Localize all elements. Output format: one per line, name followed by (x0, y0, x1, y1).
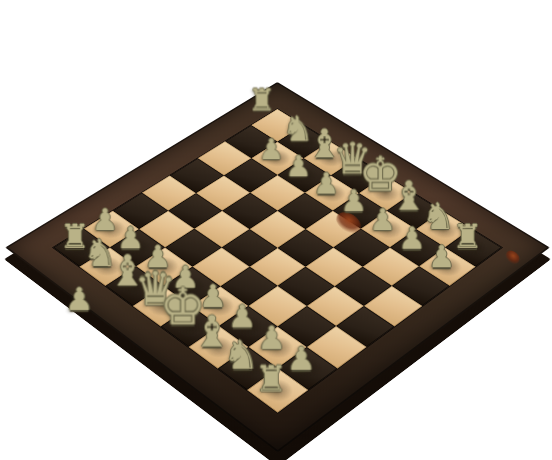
wood-stain (504, 250, 522, 265)
piece-white-pawn-h2[interactable]: ♟ (287, 344, 316, 373)
piece-black-knight-g8[interactable]: ♞ (422, 200, 455, 233)
piece-black-pawn-b7[interactable]: ♟ (259, 136, 285, 162)
captured-piece-rook[interactable]: ♜ (248, 86, 275, 113)
board-tilt-plane: ♞♝♛♚♝♞♜♟♟♟♟♟♟♟♟♟♟♟♟♟♟♟♜♞♝♛♚♝♞♜ ♜ ♟ (5, 82, 549, 452)
captured-piece-pawn[interactable]: ♟ (65, 285, 93, 313)
piece-white-pawn-a2[interactable]: ♟ (91, 206, 118, 233)
board-frame: ♞♝♛♚♝♞♜♟♟♟♟♟♟♟♟♟♟♟♟♟♟♟♜♞♝♛♚♝♞♜ ♜ ♟ (5, 82, 549, 452)
chessboard-3d-scene: ♞♝♛♚♝♞♜♟♟♟♟♟♟♟♟♟♟♟♟♟♟♟♜♞♝♛♚♝♞♜ ♜ ♟ (0, 0, 552, 460)
piece-white-pawn-f2[interactable]: ♟ (228, 303, 256, 331)
piece-white-knight-g1[interactable]: ♞ (223, 338, 259, 374)
chess-board: ♞♝♛♚♝♞♜♟♟♟♟♟♟♟♟♟♟♟♟♟♟♟♜♞♝♛♚♝♞♜ (53, 109, 501, 413)
piece-black-pawn-c7[interactable]: ♟ (286, 153, 312, 179)
piece-black-pawn-g7[interactable]: ♟ (398, 225, 425, 252)
piece-black-pawn-d7[interactable]: ♟ (313, 170, 339, 196)
piece-black-rook-h8[interactable]: ♜ (453, 222, 483, 252)
piece-white-rook-h1[interactable]: ♜ (255, 363, 287, 395)
piece-black-pawn-f7[interactable]: ♟ (369, 206, 396, 233)
piece-white-pawn-g2[interactable]: ♟ (257, 323, 286, 352)
piece-black-pawn-e7[interactable]: ♟ (341, 188, 367, 214)
piece-black-pawn-h7[interactable]: ♟ (428, 243, 455, 270)
